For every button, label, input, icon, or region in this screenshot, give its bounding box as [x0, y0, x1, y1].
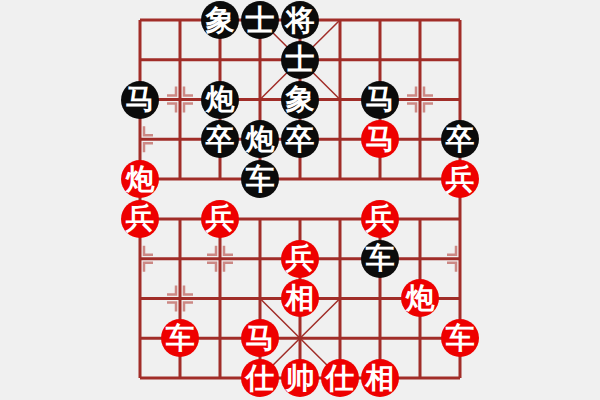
piece-black-f3r3[interactable]: 炮	[241, 120, 279, 158]
piece-black-f4r0[interactable]: 将	[281, 1, 319, 39]
piece-black-f3r0[interactable]: 士	[241, 1, 279, 39]
piece-black-f4r3[interactable]: 卒	[281, 120, 319, 158]
piece-red-f2r5[interactable]: 兵	[201, 200, 239, 238]
piece-red-f7r7[interactable]: 炮	[401, 279, 439, 317]
piece-red-f8r8[interactable]: 车	[441, 319, 479, 357]
piece-black-f6r6[interactable]: 车	[361, 240, 399, 278]
piece-red-f6r9[interactable]: 相	[361, 359, 399, 397]
piece-red-f8r4[interactable]: 兵	[441, 160, 479, 198]
piece-red-f6r5[interactable]: 兵	[361, 200, 399, 238]
piece-red-f5r9[interactable]: 仕	[321, 359, 359, 397]
piece-black-f4r1[interactable]: 士	[281, 41, 319, 79]
piece-red-f0r5[interactable]: 兵	[121, 200, 159, 238]
piece-black-f2r0[interactable]: 象	[201, 1, 239, 39]
piece-black-f6r2[interactable]: 马	[361, 81, 399, 119]
piece-black-f8r3[interactable]: 卒	[441, 120, 479, 158]
piece-red-f3r9[interactable]: 仕	[241, 359, 279, 397]
piece-black-f2r2[interactable]: 炮	[201, 81, 239, 119]
piece-red-f4r9[interactable]: 帅	[281, 359, 319, 397]
piece-red-f1r8[interactable]: 车	[161, 319, 199, 357]
piece-black-f0r2[interactable]: 马	[121, 81, 159, 119]
piece-red-f4r6[interactable]: 兵	[281, 240, 319, 278]
piece-red-f0r4[interactable]: 炮	[121, 160, 159, 198]
piece-black-f3r4[interactable]: 车	[241, 160, 279, 198]
piece-red-f3r8[interactable]: 马	[241, 319, 279, 357]
piece-red-f4r7[interactable]: 相	[281, 279, 319, 317]
xiangqi-board[interactable]: 象士将士马炮象马卒炮卒马卒炮车兵兵兵兵兵车相炮车马车仕帅仕相	[0, 0, 600, 400]
piece-black-f2r3[interactable]: 卒	[201, 120, 239, 158]
piece-red-f6r3[interactable]: 马	[361, 120, 399, 158]
piece-black-f4r2[interactable]: 象	[281, 81, 319, 119]
